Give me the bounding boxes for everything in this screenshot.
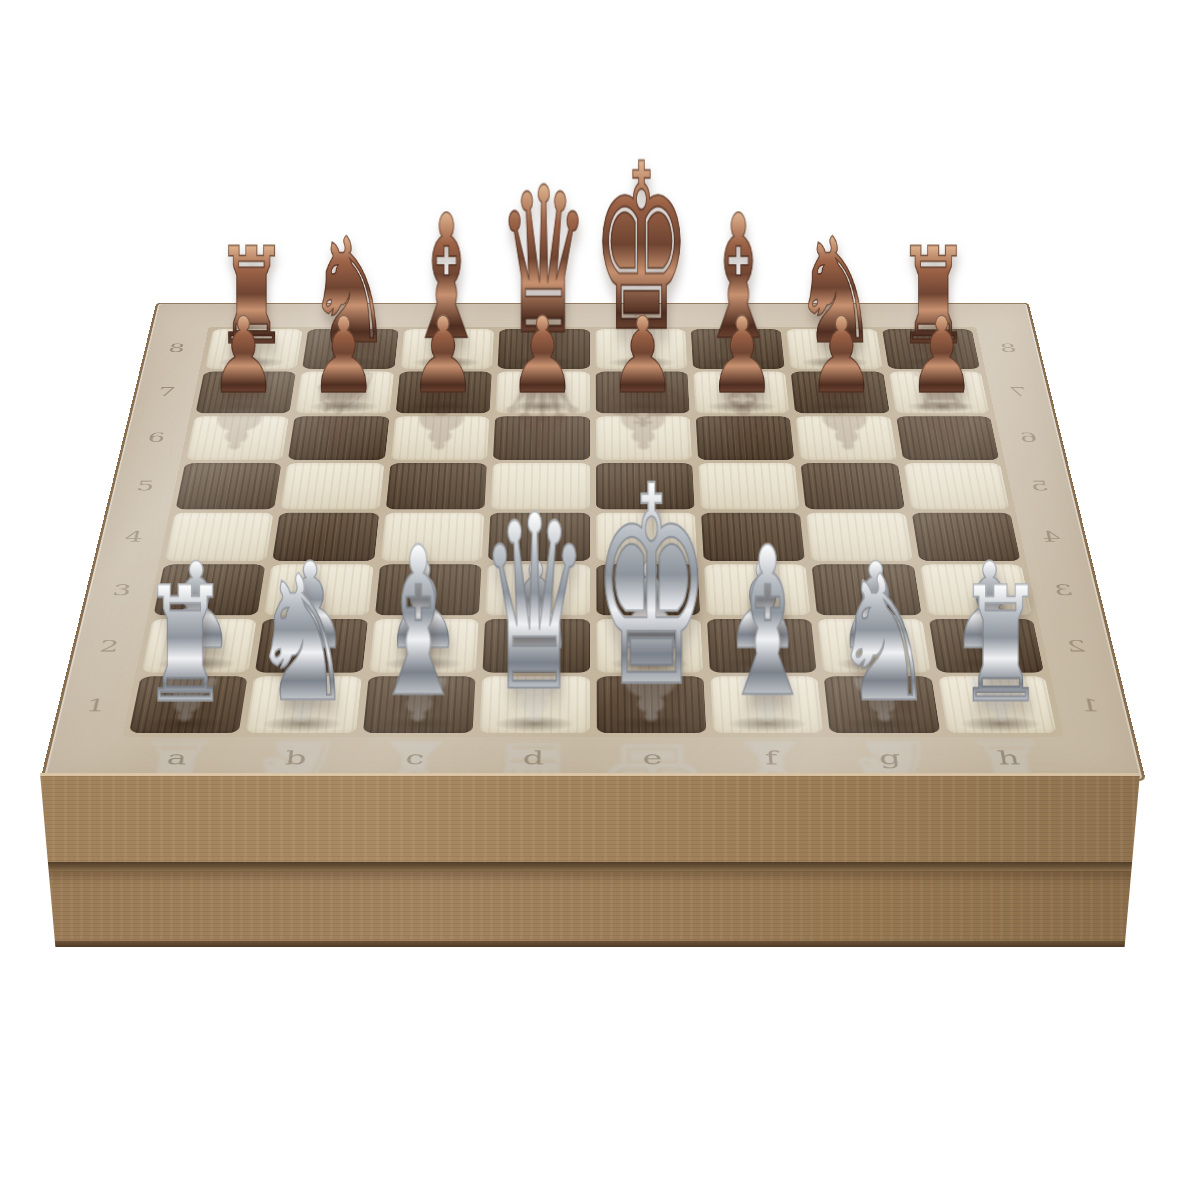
piece-black-pawn-e7[interactable]: ♟ [609,303,676,408]
box-base [40,871,1140,941]
square-b5[interactable] [281,463,385,509]
piece-black-pawn-b7[interactable]: ♟ [310,303,377,408]
rank-label-right-7: 7 [992,370,1045,415]
square-g6[interactable] [796,416,897,460]
square-surface-b6 [288,416,389,460]
square-b1[interactable]: ♞ [246,676,362,733]
square-surface-c5 [386,463,487,509]
square-b6[interactable] [288,416,389,460]
rank-label-left-5: 5 [117,461,173,510]
piece-black-pawn-g7[interactable]: ♟ [808,303,875,408]
board-top: abcdefgh 87654321 87654321 ♜♞♝♛♚♝♞♜♟♟♟♟♟… [40,303,1146,781]
square-e7[interactable]: ♟ [595,372,689,414]
square-e1[interactable]: ♚ [596,676,706,733]
file-label-front-h: h [947,741,1072,775]
piece-white-bishop-c1[interactable]: ♝ [370,521,466,726]
square-c7[interactable]: ♟ [395,372,491,414]
piece-white-knight-g1[interactable]: ♞ [833,552,935,726]
box-front-face [40,773,1140,947]
box-lid-seam [40,862,1140,871]
square-h7[interactable]: ♟ [889,372,990,414]
piece-white-rook-a1[interactable]: ♜ [142,566,229,726]
piece-black-pawn-h7[interactable]: ♟ [908,303,975,408]
piece-black-pawn-a7[interactable]: ♟ [210,303,277,408]
piece-white-bishop-f1[interactable]: ♝ [720,521,816,726]
square-surface-d6 [493,416,589,460]
rank-label-right-2: 2 [1046,618,1108,676]
piece-white-knight-b1[interactable]: ♞ [251,552,353,726]
square-f7[interactable]: ♟ [693,372,789,414]
square-g1[interactable]: ♞ [824,676,940,733]
square-g7[interactable]: ♟ [791,372,890,414]
rank-label-left-1: 1 [64,675,128,736]
piece-black-pawn-c7[interactable]: ♟ [409,303,476,408]
square-c6[interactable] [391,416,490,460]
box-lid-edge [40,773,1140,865]
file-labels-front: abcdefgh [114,741,1071,775]
rank-label-right-8: 8 [982,327,1034,370]
rank-label-right-1: 1 [1058,675,1122,736]
square-surface-a6 [186,416,289,460]
square-d6[interactable] [493,416,589,460]
square-h6[interactable] [896,416,1000,460]
square-surface-g5 [801,463,905,509]
square-d1[interactable]: ♛ [480,676,590,733]
rank-label-left-7: 7 [140,370,193,415]
square-a6[interactable] [186,416,289,460]
square-surface-h6 [896,416,1000,460]
rank-label-left-6: 6 [129,414,184,461]
file-label-front-g: g [829,741,952,775]
square-a7[interactable]: ♟ [195,372,296,414]
square-a5[interactable] [176,463,282,509]
box-bottom-edge [40,941,1140,947]
rank-label-left-8: 8 [151,327,203,370]
piece-white-king-e1[interactable]: ♚ [592,451,710,725]
rank-label-left-2: 2 [78,618,140,676]
square-a1[interactable]: ♜ [129,676,248,733]
square-f5[interactable] [698,463,799,509]
file-label-front-d: d [473,741,593,775]
file-label-front-c: c [354,741,475,775]
square-c1[interactable]: ♝ [363,676,476,733]
square-surface-f5 [698,463,799,509]
square-g5[interactable] [801,463,905,509]
file-label-front-f: f [711,741,833,775]
chess-set-scene: abcdefgh 87654321 87654321 ♜♞♝♛♚♝♞♜♟♟♟♟♟… [0,0,1180,1180]
square-surface-h5 [903,463,1009,509]
square-surface-a5 [176,463,282,509]
square-b7[interactable]: ♟ [295,372,394,414]
file-label-front-e: e [593,741,713,775]
square-d7[interactable]: ♟ [495,372,589,414]
square-c5[interactable] [386,463,487,509]
rank-label-right-6: 6 [1001,414,1056,461]
product-photo-page: { "game": "chess", "scene_description": … [0,0,1180,1180]
piece-white-queen-d1[interactable]: ♛ [480,484,590,725]
rank-label-right-5: 5 [1012,461,1069,510]
file-label-front-b: b [234,741,357,775]
piece-black-pawn-f7[interactable]: ♟ [709,303,776,408]
square-surface-g6 [796,416,897,460]
piece-black-pawn-d7[interactable]: ♟ [509,303,576,408]
square-surface-b5 [281,463,385,509]
square-h1[interactable]: ♜ [938,676,1057,733]
file-label-front-a: a [114,741,239,775]
square-f1[interactable]: ♝ [710,676,823,733]
piece-white-rook-h1[interactable]: ♜ [957,566,1044,726]
board-grid: ♜♞♝♛♚♝♞♜♟♟♟♟♟♟♟♟♟♟♟♟♟♟♟♟♜♞♝♛♚♝♞♜ [122,327,1063,737]
square-h5[interactable] [903,463,1009,509]
square-surface-c6 [391,416,490,460]
